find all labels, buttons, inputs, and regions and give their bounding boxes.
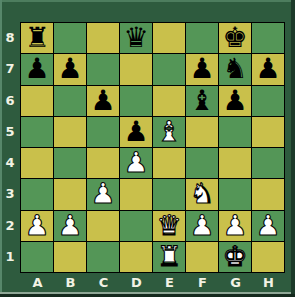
white-pawn-icon: ♟ xyxy=(189,211,214,241)
square-f3[interactable]: ♞ xyxy=(186,179,218,209)
square-b3[interactable] xyxy=(54,179,86,209)
white-pawn-icon: ♟ xyxy=(123,148,148,178)
square-e6[interactable] xyxy=(153,86,185,116)
square-g4[interactable] xyxy=(219,148,251,178)
rank-label-8: 8 xyxy=(0,22,20,53)
square-c2[interactable] xyxy=(87,211,119,241)
file-labels: ABCDEFGH xyxy=(21,272,285,292)
frame-edge-top xyxy=(0,0,295,2)
square-a2[interactable]: ♟ xyxy=(21,211,53,241)
rank-label-4: 4 xyxy=(0,147,20,178)
white-rook-icon: ♜ xyxy=(156,242,181,272)
square-f1[interactable] xyxy=(186,242,218,272)
frame-edge-left xyxy=(0,0,2,297)
black-pawn-icon: ♟ xyxy=(24,54,49,84)
file-label-d: D xyxy=(120,272,153,292)
white-pawn-icon: ♟ xyxy=(57,211,82,241)
square-g7[interactable]: ♞ xyxy=(219,54,251,84)
white-pawn-icon: ♟ xyxy=(90,179,115,209)
white-bishop-icon: ♝ xyxy=(156,117,181,147)
black-king-icon: ♚ xyxy=(222,23,247,53)
square-a1[interactable] xyxy=(21,242,53,272)
square-h4[interactable] xyxy=(252,148,284,178)
rank-labels: 87654321 xyxy=(0,22,20,272)
black-queen-icon: ♛ xyxy=(123,23,148,53)
square-h2[interactable]: ♟ xyxy=(252,211,284,241)
square-h5[interactable] xyxy=(252,117,284,147)
square-b8[interactable] xyxy=(54,23,86,53)
white-knight-icon: ♞ xyxy=(189,179,214,209)
square-a5[interactable] xyxy=(21,117,53,147)
square-e5[interactable]: ♝ xyxy=(153,117,185,147)
square-c7[interactable] xyxy=(87,54,119,84)
file-label-h: H xyxy=(252,272,285,292)
square-h3[interactable] xyxy=(252,179,284,209)
white-pawn-icon: ♟ xyxy=(222,211,247,241)
white-king-icon: ♚ xyxy=(222,242,247,272)
square-a8[interactable]: ♜ xyxy=(21,23,53,53)
square-d3[interactable] xyxy=(120,179,152,209)
square-b1[interactable] xyxy=(54,242,86,272)
white-pawn-icon: ♟ xyxy=(24,211,49,241)
chess-board: ♜♛♚♟♟♟♞♟♟♝♟♟♝♟♟♞♟♟♛♟♟♟♜♚ xyxy=(20,22,285,273)
square-g2[interactable]: ♟ xyxy=(219,211,251,241)
file-label-g: G xyxy=(219,272,252,292)
square-a4[interactable] xyxy=(21,148,53,178)
rank-label-2: 2 xyxy=(0,210,20,241)
rank-label-3: 3 xyxy=(0,178,20,209)
square-c3[interactable]: ♟ xyxy=(87,179,119,209)
chess-diagram: 87654321 ♜♛♚♟♟♟♞♟♟♝♟♟♝♟♟♞♟♟♛♟♟♟♜♚ ABCDEF… xyxy=(0,0,295,297)
rank-label-7: 7 xyxy=(0,53,20,84)
square-g3[interactable] xyxy=(219,179,251,209)
rank-label-6: 6 xyxy=(0,85,20,116)
black-pawn-icon: ♟ xyxy=(90,86,115,116)
black-pawn-icon: ♟ xyxy=(57,54,82,84)
square-f6[interactable]: ♝ xyxy=(186,86,218,116)
square-c6[interactable]: ♟ xyxy=(87,86,119,116)
square-h1[interactable] xyxy=(252,242,284,272)
black-knight-icon: ♞ xyxy=(222,54,247,84)
frame-edge-right xyxy=(291,0,295,297)
square-e8[interactable] xyxy=(153,23,185,53)
square-d4[interactable]: ♟ xyxy=(120,148,152,178)
square-d6[interactable] xyxy=(120,86,152,116)
file-label-a: A xyxy=(21,272,54,292)
square-f7[interactable]: ♟ xyxy=(186,54,218,84)
square-b4[interactable] xyxy=(54,148,86,178)
square-e3[interactable] xyxy=(153,179,185,209)
square-d5[interactable]: ♟ xyxy=(120,117,152,147)
square-e1[interactable]: ♜ xyxy=(153,242,185,272)
square-f5[interactable] xyxy=(186,117,218,147)
square-g1[interactable]: ♚ xyxy=(219,242,251,272)
rank-label-1: 1 xyxy=(0,241,20,272)
square-f2[interactable]: ♟ xyxy=(186,211,218,241)
file-label-b: B xyxy=(54,272,87,292)
square-b5[interactable] xyxy=(54,117,86,147)
square-b7[interactable]: ♟ xyxy=(54,54,86,84)
square-g6[interactable]: ♟ xyxy=(219,86,251,116)
square-e7[interactable] xyxy=(153,54,185,84)
square-c8[interactable] xyxy=(87,23,119,53)
square-d8[interactable]: ♛ xyxy=(120,23,152,53)
square-c5[interactable] xyxy=(87,117,119,147)
square-d7[interactable] xyxy=(120,54,152,84)
square-h8[interactable] xyxy=(252,23,284,53)
square-b6[interactable] xyxy=(54,86,86,116)
square-e4[interactable] xyxy=(153,148,185,178)
square-h7[interactable]: ♟ xyxy=(252,54,284,84)
square-g8[interactable]: ♚ xyxy=(219,23,251,53)
square-h6[interactable] xyxy=(252,86,284,116)
black-pawn-icon: ♟ xyxy=(222,86,247,116)
square-a7[interactable]: ♟ xyxy=(21,54,53,84)
square-e2[interactable]: ♛ xyxy=(153,211,185,241)
black-bishop-icon: ♝ xyxy=(189,86,214,116)
square-b2[interactable]: ♟ xyxy=(54,211,86,241)
white-queen-icon: ♛ xyxy=(156,211,181,241)
black-pawn-icon: ♟ xyxy=(189,54,214,84)
square-g5[interactable] xyxy=(219,117,251,147)
white-pawn-icon: ♟ xyxy=(255,211,280,241)
file-label-e: E xyxy=(153,272,186,292)
black-rook-icon: ♜ xyxy=(24,23,49,53)
square-f8[interactable] xyxy=(186,23,218,53)
square-a6[interactable] xyxy=(21,86,53,116)
black-pawn-icon: ♟ xyxy=(255,54,280,84)
square-c4[interactable] xyxy=(87,148,119,178)
square-a3[interactable] xyxy=(21,179,53,209)
square-d2[interactable] xyxy=(120,211,152,241)
rank-label-5: 5 xyxy=(0,116,20,147)
file-label-f: F xyxy=(186,272,219,292)
square-f4[interactable] xyxy=(186,148,218,178)
square-c1[interactable] xyxy=(87,242,119,272)
file-label-c: C xyxy=(87,272,120,292)
square-d1[interactable] xyxy=(120,242,152,272)
black-pawn-icon: ♟ xyxy=(123,117,148,147)
